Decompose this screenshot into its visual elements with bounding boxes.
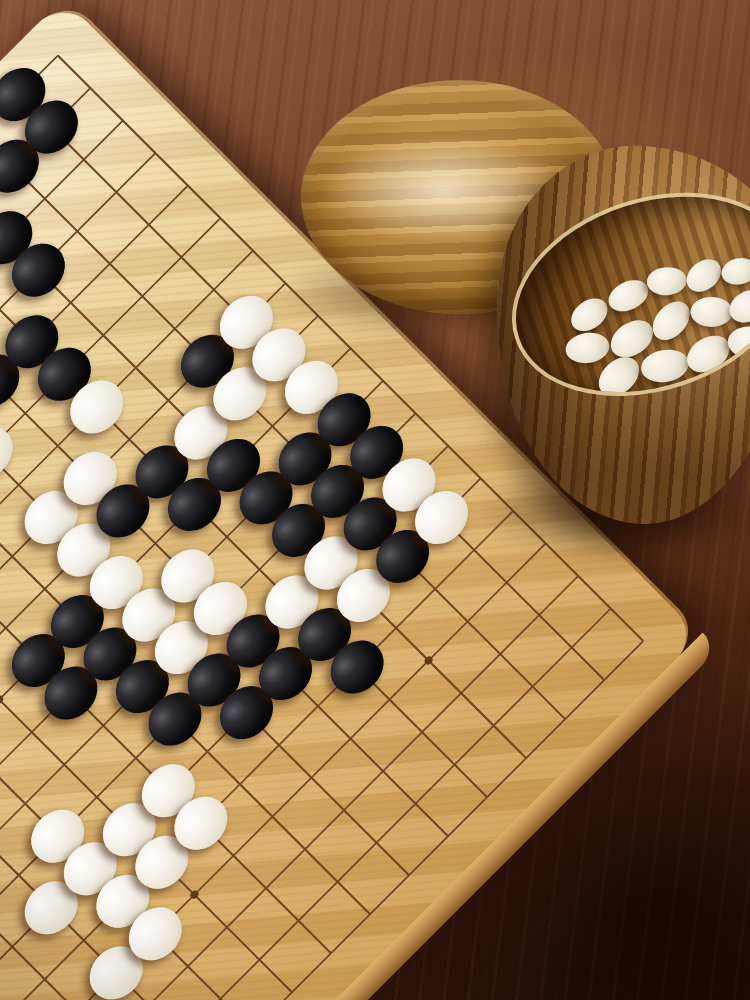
bowl-white-stone — [565, 292, 614, 338]
bowl-white-stone — [719, 255, 750, 288]
table-surface — [0, 0, 750, 1000]
bowl-white-stone — [638, 346, 691, 386]
bowl-white-stone — [646, 266, 688, 297]
bowl-white-stone — [645, 294, 697, 347]
bowl-white-stone — [727, 325, 750, 360]
bowl-white-stone — [690, 297, 732, 327]
bowl-white-stone — [680, 253, 727, 299]
bowl-white-stone — [564, 330, 612, 366]
bowl-white-stone — [680, 328, 736, 380]
